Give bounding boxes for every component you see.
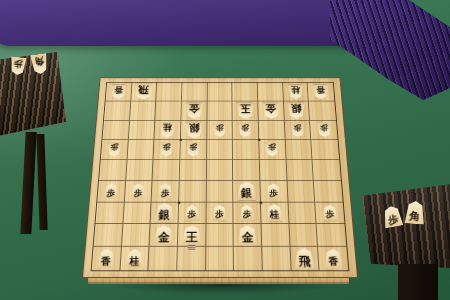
square-r5c9[interactable] [313,160,341,181]
cushion-fringe [330,0,450,100]
piece-kanji: 歩 [106,189,115,197]
square-r9c5[interactable] [206,247,235,270]
square-r4c5[interactable] [207,140,234,160]
square-r8c2[interactable] [122,224,151,247]
square-r3c4[interactable]: 銀 [181,120,207,140]
piece-kanji: 歩 [110,144,119,152]
square-r9c1[interactable]: 香 [92,247,122,270]
shogi-piece-top[interactable]: 銀 [287,102,306,118]
square-r9c4[interactable] [177,247,206,270]
square-r2c4[interactable]: 金 [181,101,207,120]
piece-kanji: 歩 [325,211,334,219]
square-r7c4[interactable]: 歩 [178,202,206,224]
square-r5c7[interactable] [260,160,287,181]
star-point [179,139,182,141]
square-r8c6[interactable]: 金 [234,224,262,247]
piece-kanji: 歩 [243,211,252,219]
square-r8c9[interactable] [317,224,347,247]
piece-kanji: 歩 [134,189,143,197]
piece-kanji: 歩 [387,214,399,226]
square-r2c6[interactable]: 玉 [233,101,259,120]
shogi-piece-bottom[interactable]: 歩 [266,184,281,199]
square-r8c1[interactable] [94,224,124,247]
piece-kanji: 王 [186,232,198,244]
shogi-piece-bottom[interactable]: 歩 [322,205,339,221]
square-r7c9[interactable]: 歩 [315,202,344,224]
shogi-piece-bottom[interactable]: 銀 [154,203,174,222]
square-r2c9[interactable] [309,101,336,120]
square-r8c7[interactable] [262,224,291,247]
square-r7c3[interactable]: 銀 [151,202,179,224]
square-r3c6[interactable]: 歩 [233,120,259,140]
piece-kanji: 金 [158,232,170,244]
shogi-piece-top[interactable]: 歩 [238,123,252,137]
square-r5c6[interactable] [233,160,260,181]
piece-kanji: 銀 [291,103,302,113]
shogi-piece-top[interactable]: 飛 [134,84,153,100]
shogi-piece-bottom[interactable]: 歩 [103,184,119,199]
square-r4c4[interactable]: 歩 [180,140,207,160]
shogi-piece-bottom[interactable]: 桂 [125,249,144,268]
square-r2c1[interactable] [104,101,131,120]
square-r4c6[interactable] [233,140,260,160]
piece-kanji: 銀 [241,188,253,199]
square-r2c8[interactable]: 銀 [284,101,311,120]
square-r1c3[interactable] [156,83,182,102]
square-r5c1[interactable] [99,160,127,181]
piece-kanji: 歩 [319,124,328,131]
piece-kanji: 歩 [188,211,197,219]
shogi-piece-top[interactable]: 金 [261,102,280,118]
square-r1c9[interactable]: 香 [308,83,335,102]
shogi-board[interactable]: 香飛桂香金玉金銀桂銀歩歩歩歩歩歩歩歩歩歩歩銀歩銀歩歩歩桂歩金王金香桂飛香 [82,78,358,278]
piece-kanji: 桂 [129,257,139,267]
square-r4c9[interactable] [311,140,339,160]
square-r4c7[interactable]: 歩 [259,140,286,160]
shogi-piece-bottom[interactable]: 香 [97,249,116,268]
square-r4c3[interactable]: 歩 [154,140,181,160]
piece-kanji: 歩 [215,124,223,131]
square-r2c2[interactable] [130,101,157,120]
piece-kanji: 歩 [269,189,278,197]
square-r7c6[interactable]: 歩 [234,202,262,224]
shogi-piece-bottom[interactable]: 飛 [294,248,315,269]
square-r6c5[interactable] [206,181,233,202]
square-r3c9[interactable]: 歩 [310,120,337,140]
komadai-left-leg [20,132,36,234]
shogi-piece-top[interactable]: 金 [185,102,204,118]
shogi-piece-top[interactable]: 歩 [159,142,174,156]
shogi-piece-top[interactable]: 歩 [290,123,305,137]
piece-kanji: 角 [33,55,44,66]
square-r3c1[interactable] [102,120,129,140]
piece-kanji: 香 [101,257,112,267]
piece-kanji: 歩 [215,211,224,219]
square-r1c2[interactable]: 飛 [131,83,157,102]
piece-kanji: 銀 [158,210,170,221]
shogi-piece-bottom[interactable]: 金 [237,225,257,245]
square-r8c4[interactable]: 王 [178,224,206,247]
shogi-piece-bottom[interactable]: 歩 [158,184,173,199]
star-point [258,139,261,141]
square-r5c4[interactable] [180,160,207,181]
piece-kanji: 歩 [189,144,197,152]
board-grid[interactable]: 香飛桂香金玉金銀桂銀歩歩歩歩歩歩歩歩歩歩歩銀歩銀歩歩歩桂歩金王金香桂飛香 [91,82,350,271]
shogi-piece-top[interactable]: 桂 [287,84,303,99]
piece-kanji: 歩 [161,189,170,197]
square-r7c8[interactable] [288,202,317,224]
piece-kanji: 歩 [293,124,302,131]
shogi-piece-top[interactable]: 歩 [316,123,332,137]
shogi-piece-top[interactable]: 歩 [265,142,280,156]
piece-kanji: 香 [328,257,339,267]
piece-kanji: 歩 [268,144,277,152]
square-r8c8[interactable] [289,224,318,247]
square-r3c2[interactable] [128,120,155,140]
square-r5c8[interactable] [286,160,314,181]
shogi-piece-top[interactable]: 歩 [186,142,200,156]
square-r9c6[interactable] [234,247,263,270]
shogi-piece-bottom[interactable]: 香 [324,249,344,268]
square-r8c3[interactable]: 金 [150,224,179,247]
square-r4c8[interactable] [285,140,312,160]
square-r1c6[interactable] [233,83,259,102]
square-r6c1[interactable]: 歩 [97,181,126,202]
square-r4c2[interactable] [127,140,154,160]
shogi-piece-top[interactable]: 歩 [107,142,122,156]
piece-kanji: 玉 [240,103,251,113]
shogi-piece-top[interactable]: 玉 [236,102,255,118]
shogi-piece-bottom[interactable]: 歩 [212,205,227,221]
square-r6c3[interactable]: 歩 [152,181,180,202]
square-r5c5[interactable] [207,160,234,181]
square-r2c5[interactable] [207,101,233,120]
square-r6c2[interactable]: 歩 [125,181,153,202]
shogi-piece-top[interactable]: 歩 [212,123,226,137]
shogi-piece-bottom[interactable]: 歩 [131,184,146,199]
square-r9c3[interactable] [149,247,178,270]
square-r5c2[interactable] [126,160,154,181]
piece-kanji: 金 [241,232,253,244]
square-r6c9[interactable] [314,181,343,202]
piece-kanji: 銀 [188,123,199,133]
square-r1c5[interactable] [207,83,232,102]
shogi-piece-bottom[interactable]: 歩 [239,205,254,221]
square-r9c8[interactable]: 飛 [290,247,320,270]
square-r5c3[interactable] [153,160,180,181]
square-r7c2[interactable] [123,202,152,224]
square-r9c7[interactable] [262,247,291,270]
shogi-match-scene: 香飛桂香金玉金銀桂銀歩歩歩歩歩歩歩歩歩歩歩銀歩銀歩歩歩桂歩金王金香桂飛香 歩角歩… [0,0,450,300]
piece-kanji: 飛 [298,256,311,268]
komadai-left-leg [36,134,47,230]
piece-kanji: 香 [114,86,123,94]
shogi-piece-top[interactable]: 銀 [184,121,203,138]
square-r1c8[interactable]: 桂 [283,83,309,102]
square-r1c4[interactable] [182,83,208,102]
shogi-piece-bottom[interactable]: 歩 [184,205,199,221]
piece-kanji: 桂 [163,123,172,131]
piece-kanji: 桂 [270,211,280,220]
piece-kanji: 香 [316,86,325,94]
piece-kanji: 歩 [13,59,23,69]
square-r6c6[interactable]: 銀 [233,181,260,202]
square-r7c5[interactable]: 歩 [206,202,234,224]
shogi-piece-bottom[interactable]: 桂 [266,204,284,221]
shogi-piece-bottom[interactable]: 王 [181,225,201,245]
square-r2c3[interactable] [156,101,182,120]
shogi-piece-top[interactable]: 香 [312,84,329,99]
shogi-piece-bottom[interactable]: 金 [153,225,174,245]
shogi-piece-bottom[interactable]: 銀 [237,182,257,200]
board-surface: 香飛桂香金玉金銀桂銀歩歩歩歩歩歩歩歩歩歩歩銀歩銀歩歩歩桂歩金王金香桂飛香 [82,78,358,278]
square-r6c8[interactable] [287,181,315,202]
komadai-right-leg [398,264,438,300]
square-r9c2[interactable]: 桂 [120,247,150,270]
piece-kanji: 歩 [163,144,172,152]
piece-kanji: 角 [409,211,421,223]
square-r9c9[interactable]: 香 [318,247,348,270]
square-r3c7[interactable] [259,120,286,140]
square-r1c7[interactable] [258,83,284,102]
square-r7c1[interactable] [95,202,124,224]
piece-kanji: 金 [265,103,276,113]
square-r1c1[interactable]: 香 [106,83,133,102]
piece-kanji: 歩 [241,124,249,131]
shogi-piece-top[interactable]: 香 [110,84,127,99]
square-r4c1[interactable]: 歩 [101,140,129,160]
square-r6c7[interactable]: 歩 [260,181,288,202]
piece-kanji: 桂 [291,86,300,94]
square-r8c5[interactable] [206,224,234,247]
purple-cushion [0,0,384,46]
square-r3c8[interactable]: 歩 [284,120,311,140]
star-point [260,201,263,204]
square-r3c5[interactable]: 歩 [207,120,233,140]
square-r6c4[interactable] [179,181,206,202]
star-point [177,201,180,204]
komadai-right[interactable] [360,184,450,268]
square-r3c3[interactable]: 桂 [155,120,182,140]
piece-kanji: 飛 [138,85,149,94]
square-r7c7[interactable]: 桂 [261,202,289,224]
piece-kanji: 金 [189,103,200,113]
shogi-piece-top[interactable]: 桂 [159,122,176,137]
square-r2c7[interactable]: 金 [258,101,284,120]
